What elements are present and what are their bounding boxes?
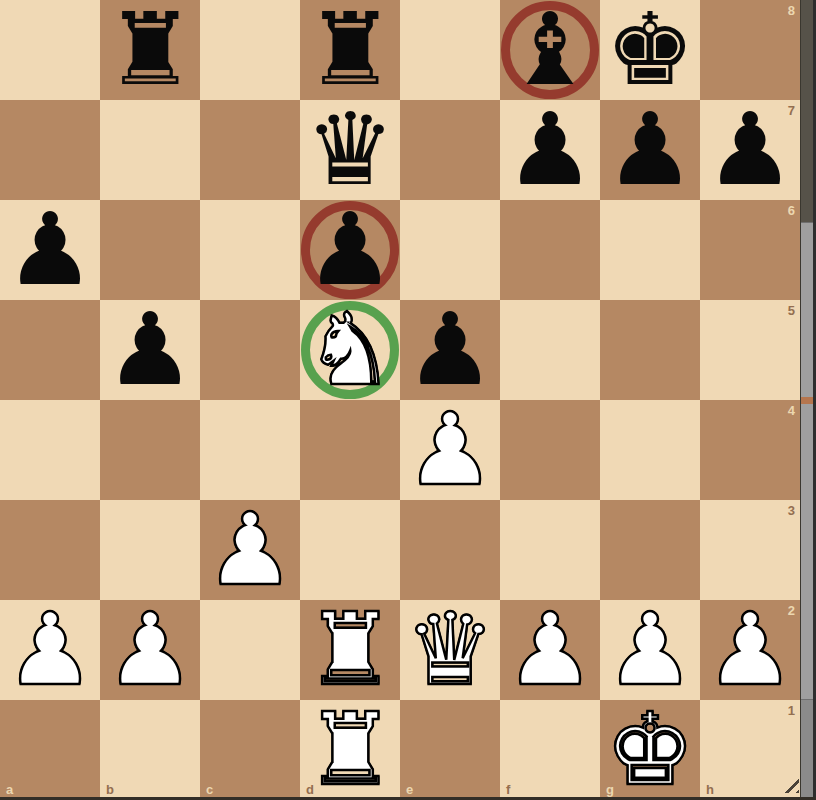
- file-label-b: b: [106, 783, 114, 796]
- square-f1[interactable]: f: [500, 700, 600, 800]
- square-f2[interactable]: ♟: [500, 600, 600, 700]
- square-f6[interactable]: [500, 200, 600, 300]
- square-f8[interactable]: ♝: [500, 0, 600, 100]
- square-d2[interactable]: ♜: [300, 600, 400, 700]
- black-bishop-f8[interactable]: ♝: [500, 0, 600, 100]
- black-rook-b8[interactable]: ♜: [100, 0, 200, 100]
- white-pawn-f2[interactable]: ♟: [500, 600, 600, 700]
- square-h6[interactable]: 6: [700, 200, 800, 300]
- black-pawn-g7[interactable]: ♟: [600, 100, 700, 200]
- square-b1[interactable]: b: [100, 700, 200, 800]
- rank-label-3: 3: [788, 504, 795, 517]
- square-e4[interactable]: ♟: [400, 400, 500, 500]
- square-b8[interactable]: ♜: [100, 0, 200, 100]
- square-c4[interactable]: [200, 400, 300, 500]
- white-knight-d5[interactable]: ♞: [300, 300, 400, 400]
- square-h1[interactable]: 1h: [700, 700, 800, 800]
- square-g6[interactable]: [600, 200, 700, 300]
- square-d3[interactable]: [300, 500, 400, 600]
- white-pawn-c3[interactable]: ♟: [200, 500, 300, 600]
- black-pawn-e5[interactable]: ♟: [400, 300, 500, 400]
- square-e1[interactable]: e: [400, 700, 500, 800]
- scrollbar: [800, 0, 816, 800]
- square-e5[interactable]: ♟: [400, 300, 500, 400]
- white-king-g1[interactable]: ♚: [600, 700, 700, 800]
- rank-label-2: 2: [788, 604, 795, 617]
- square-d1[interactable]: ♜d: [300, 700, 400, 800]
- white-pawn-g2[interactable]: ♟: [600, 600, 700, 700]
- white-pawn-a2[interactable]: ♟: [0, 600, 100, 700]
- square-d6[interactable]: ♟: [300, 200, 400, 300]
- square-d7[interactable]: ♛: [300, 100, 400, 200]
- square-b5[interactable]: ♟: [100, 300, 200, 400]
- square-e2[interactable]: ♛: [400, 600, 500, 700]
- square-a5[interactable]: [0, 300, 100, 400]
- square-d8[interactable]: ♜: [300, 0, 400, 100]
- black-pawn-b5[interactable]: ♟: [100, 300, 200, 400]
- rank-label-8: 8: [788, 4, 795, 17]
- white-rook-d2[interactable]: ♜: [300, 600, 400, 700]
- black-queen-d7[interactable]: ♛: [300, 100, 400, 200]
- file-label-e: e: [406, 783, 413, 796]
- white-pawn-b2[interactable]: ♟: [100, 600, 200, 700]
- square-b3[interactable]: [100, 500, 200, 600]
- black-pawn-f7[interactable]: ♟: [500, 100, 600, 200]
- rank-label-4: 4: [788, 404, 795, 417]
- square-f5[interactable]: [500, 300, 600, 400]
- square-g5[interactable]: [600, 300, 700, 400]
- white-rook-d1[interactable]: ♜: [300, 700, 400, 800]
- square-g2[interactable]: ♟: [600, 600, 700, 700]
- square-c2[interactable]: [200, 600, 300, 700]
- square-f3[interactable]: [500, 500, 600, 600]
- square-c3[interactable]: ♟: [200, 500, 300, 600]
- file-label-f: f: [506, 783, 510, 796]
- square-d4[interactable]: [300, 400, 400, 500]
- square-h5[interactable]: 5: [700, 300, 800, 400]
- file-label-c: c: [206, 783, 213, 796]
- square-a8[interactable]: [0, 0, 100, 100]
- square-e6[interactable]: [400, 200, 500, 300]
- square-h8[interactable]: 8: [700, 0, 800, 100]
- scrollbar-left-border: [800, 0, 801, 800]
- square-e8[interactable]: [400, 0, 500, 100]
- square-a2[interactable]: ♟: [0, 600, 100, 700]
- square-d5[interactable]: ♞: [300, 300, 400, 400]
- white-pawn-e4[interactable]: ♟: [400, 400, 500, 500]
- black-pawn-d6[interactable]: ♟: [300, 200, 400, 300]
- square-f7[interactable]: ♟: [500, 100, 600, 200]
- file-label-h: h: [706, 783, 714, 796]
- square-g8[interactable]: ♚: [600, 0, 700, 100]
- square-b2[interactable]: ♟: [100, 600, 200, 700]
- square-c6[interactable]: [200, 200, 300, 300]
- square-c5[interactable]: [200, 300, 300, 400]
- square-a1[interactable]: a: [0, 700, 100, 800]
- square-a7[interactable]: [0, 100, 100, 200]
- square-h4[interactable]: 4: [700, 400, 800, 500]
- square-b6[interactable]: [100, 200, 200, 300]
- black-rook-d8[interactable]: ♜: [300, 0, 400, 100]
- square-e3[interactable]: [400, 500, 500, 600]
- square-c7[interactable]: [200, 100, 300, 200]
- square-g7[interactable]: ♟: [600, 100, 700, 200]
- black-king-g8[interactable]: ♚: [600, 0, 700, 100]
- white-queen-e2[interactable]: ♛: [400, 600, 500, 700]
- rank-label-5: 5: [788, 304, 795, 317]
- black-pawn-a6[interactable]: ♟: [0, 200, 100, 300]
- rank-label-1: 1: [788, 704, 795, 717]
- square-g3[interactable]: [600, 500, 700, 600]
- square-g1[interactable]: ♚g: [600, 700, 700, 800]
- black-pawn-h7[interactable]: ♟: [700, 100, 800, 200]
- square-f4[interactable]: [500, 400, 600, 500]
- file-label-g: g: [606, 783, 614, 796]
- file-label-d: d: [306, 783, 314, 796]
- square-h3[interactable]: 3: [700, 500, 800, 600]
- square-e7[interactable]: [400, 100, 500, 200]
- square-h7[interactable]: ♟7: [700, 100, 800, 200]
- square-h2[interactable]: ♟2: [700, 600, 800, 700]
- file-label-a: a: [6, 783, 13, 796]
- square-a3[interactable]: [0, 500, 100, 600]
- chess-app-window: ♜♜♝♚8♛♟♟♟7♟♟6♟♞♟5♟4♟3♟♟♜♛♟♟♟2abc♜def♚g1h: [0, 0, 816, 800]
- square-c1[interactable]: c: [200, 700, 300, 800]
- square-b7[interactable]: [100, 100, 200, 200]
- square-b4[interactable]: [100, 400, 200, 500]
- square-a6[interactable]: ♟: [0, 200, 100, 300]
- square-g4[interactable]: [600, 400, 700, 500]
- rank-label-7: 7: [788, 104, 795, 117]
- square-a4[interactable]: [0, 400, 100, 500]
- rank-label-6: 6: [788, 204, 795, 217]
- square-c8[interactable]: [200, 0, 300, 100]
- chess-board: ♜♜♝♚8♛♟♟♟7♟♟6♟♞♟5♟4♟3♟♟♜♛♟♟♟2abc♜def♚g1h: [0, 0, 800, 800]
- white-pawn-h2[interactable]: ♟: [700, 600, 800, 700]
